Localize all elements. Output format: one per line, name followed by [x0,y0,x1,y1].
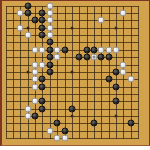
white-stone[interactable] [32,46,39,53]
white-stone[interactable] [24,32,31,39]
black-stone[interactable] [83,46,90,53]
black-stone[interactable] [54,120,61,127]
white-stone[interactable] [32,76,39,83]
grid-line-horizontal [6,94,139,95]
black-stone[interactable] [127,120,134,127]
white-stone[interactable] [54,54,61,61]
black-stone[interactable] [32,112,39,119]
grid-line-horizontal [6,123,139,124]
black-stone[interactable] [112,68,119,75]
grid-line-vertical [109,6,110,139]
grid-line-horizontal [6,79,139,80]
black-stone[interactable] [105,76,112,83]
white-stone[interactable] [105,46,112,53]
white-stone[interactable] [39,61,46,68]
black-stone[interactable] [90,46,97,53]
black-stone[interactable] [46,39,53,46]
white-stone[interactable] [98,46,105,53]
grid-line-vertical [101,6,102,139]
black-stone[interactable] [39,105,46,112]
black-stone[interactable] [83,54,90,61]
white-stone[interactable] [127,76,134,83]
star-point [70,26,73,29]
white-stone[interactable] [24,105,31,112]
black-stone[interactable] [39,83,46,90]
black-stone[interactable] [90,120,97,127]
white-stone[interactable] [39,46,46,53]
white-stone[interactable] [54,135,61,142]
white-stone[interactable] [54,46,61,53]
white-stone[interactable] [32,68,39,75]
black-stone[interactable] [68,105,75,112]
black-stone[interactable] [46,46,53,53]
black-stone[interactable] [76,54,83,61]
black-stone[interactable] [39,17,46,24]
white-stone[interactable] [32,61,39,68]
grid-line-horizontal [6,138,139,139]
star-point [26,26,29,29]
black-stone[interactable] [112,83,119,90]
white-stone[interactable] [46,127,53,134]
page-background-strip [0,146,150,150]
black-stone[interactable] [39,76,46,83]
black-stone[interactable] [46,68,53,75]
black-stone[interactable] [105,54,112,61]
white-stone[interactable] [46,2,53,9]
black-stone[interactable] [32,17,39,24]
white-stone[interactable] [61,135,68,142]
grid-line-vertical [87,6,88,139]
black-stone[interactable] [39,98,46,105]
white-stone[interactable] [46,24,53,31]
black-stone[interactable] [39,32,46,39]
black-stone[interactable] [24,10,31,17]
black-stone[interactable] [112,98,119,105]
black-stone[interactable] [46,54,53,61]
white-stone[interactable] [46,17,53,24]
white-stone[interactable] [17,10,24,17]
grid-line-vertical [138,6,139,139]
star-point [114,114,117,117]
white-stone[interactable] [120,68,127,75]
black-stone[interactable] [98,54,105,61]
star-point [26,70,29,73]
go-board-grid[interactable] [0,0,150,146]
star-point [70,114,73,117]
grid-line-horizontal [6,131,139,132]
white-stone[interactable] [46,32,53,39]
white-stone[interactable] [24,112,31,119]
white-stone[interactable] [17,24,24,31]
white-stone[interactable] [112,46,119,53]
star-point [70,70,73,73]
black-stone[interactable] [61,46,68,53]
star-point [114,26,117,29]
black-stone[interactable] [61,127,68,134]
white-stone[interactable] [120,10,127,17]
black-stone[interactable] [24,2,31,9]
last-move-marker [92,56,95,59]
black-stone[interactable] [39,24,46,31]
go-board[interactable] [0,0,150,146]
white-stone[interactable] [46,10,53,17]
black-stone[interactable] [46,61,53,68]
white-stone[interactable] [32,83,39,90]
white-stone[interactable] [120,61,127,68]
grid-line-vertical [79,6,80,139]
black-stone[interactable] [39,10,46,17]
white-stone[interactable] [98,17,105,24]
white-stone[interactable] [32,98,39,105]
